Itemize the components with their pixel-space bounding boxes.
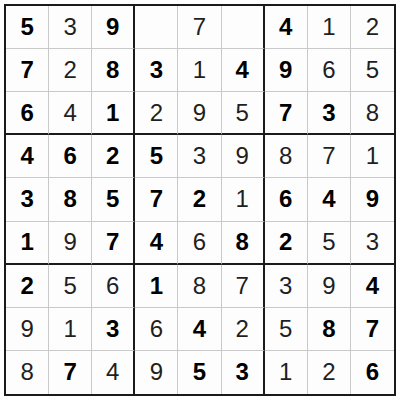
cell-r5c1[interactable]: 3 <box>6 178 49 221</box>
cell-r3c4[interactable]: 2 <box>135 92 178 135</box>
cell-r8c9[interactable]: 7 <box>351 308 394 351</box>
cell-r3c6[interactable]: 5 <box>222 92 265 135</box>
cell-r4c8[interactable]: 7 <box>308 135 351 178</box>
cell-r1c1[interactable]: 5 <box>6 6 49 49</box>
cell-r7c6[interactable]: 7 <box>222 265 265 308</box>
cell-r8c8[interactable]: 8 <box>308 308 351 351</box>
cell-r4c6[interactable]: 9 <box>222 135 265 178</box>
cell-r6c6[interactable]: 8 <box>222 222 265 265</box>
cell-r1c5[interactable]: 7 <box>178 6 221 49</box>
cell-r3c5[interactable]: 9 <box>178 92 221 135</box>
cell-r9c6[interactable]: 3 <box>222 351 265 394</box>
cell-r4c5[interactable]: 3 <box>178 135 221 178</box>
cell-r7c9[interactable]: 4 <box>351 265 394 308</box>
cell-r7c2[interactable]: 5 <box>49 265 92 308</box>
cell-r4c4[interactable]: 5 <box>135 135 178 178</box>
cell-r1c4[interactable] <box>135 6 178 49</box>
cell-r1c3[interactable]: 9 <box>92 6 135 49</box>
cell-r1c9[interactable]: 2 <box>351 6 394 49</box>
cell-r2c6[interactable]: 4 <box>222 49 265 92</box>
cell-r6c3[interactable]: 7 <box>92 222 135 265</box>
cell-r2c4[interactable]: 3 <box>135 49 178 92</box>
cell-r5c4[interactable]: 7 <box>135 178 178 221</box>
cell-r4c2[interactable]: 6 <box>49 135 92 178</box>
cell-r6c5[interactable]: 6 <box>178 222 221 265</box>
cell-r8c7[interactable]: 5 <box>265 308 308 351</box>
cell-r2c3[interactable]: 8 <box>92 49 135 92</box>
cell-r3c3[interactable]: 1 <box>92 92 135 135</box>
cell-r2c2[interactable]: 2 <box>49 49 92 92</box>
cell-r5c5[interactable]: 2 <box>178 178 221 221</box>
cell-r5c2[interactable]: 8 <box>49 178 92 221</box>
cell-r4c9[interactable]: 1 <box>351 135 394 178</box>
cell-r4c1[interactable]: 4 <box>6 135 49 178</box>
cell-r9c4[interactable]: 9 <box>135 351 178 394</box>
cell-r7c7[interactable]: 3 <box>265 265 308 308</box>
cell-r6c4[interactable]: 4 <box>135 222 178 265</box>
sudoku-grid: 5397412728314965641295738462539871385721… <box>4 4 396 396</box>
cell-r3c8[interactable]: 3 <box>308 92 351 135</box>
cell-r8c1[interactable]: 9 <box>6 308 49 351</box>
cell-r1c7[interactable]: 4 <box>265 6 308 49</box>
cell-r7c1[interactable]: 2 <box>6 265 49 308</box>
cell-r3c7[interactable]: 7 <box>265 92 308 135</box>
cell-r9c5[interactable]: 5 <box>178 351 221 394</box>
cell-r9c3[interactable]: 4 <box>92 351 135 394</box>
cell-r1c6[interactable] <box>222 6 265 49</box>
cell-r5c3[interactable]: 5 <box>92 178 135 221</box>
cell-r8c4[interactable]: 6 <box>135 308 178 351</box>
cell-r9c8[interactable]: 2 <box>308 351 351 394</box>
cell-r1c8[interactable]: 1 <box>308 6 351 49</box>
cell-r2c8[interactable]: 6 <box>308 49 351 92</box>
sudoku-board: 5397412728314965641295738462539871385721… <box>0 0 400 400</box>
cell-r5c9[interactable]: 9 <box>351 178 394 221</box>
cell-r7c5[interactable]: 8 <box>178 265 221 308</box>
cell-r3c1[interactable]: 6 <box>6 92 49 135</box>
cell-r8c5[interactable]: 4 <box>178 308 221 351</box>
cell-r4c3[interactable]: 2 <box>92 135 135 178</box>
cell-r8c3[interactable]: 3 <box>92 308 135 351</box>
cell-r5c6[interactable]: 1 <box>222 178 265 221</box>
cell-r6c1[interactable]: 1 <box>6 222 49 265</box>
cell-r6c9[interactable]: 3 <box>351 222 394 265</box>
cell-r7c3[interactable]: 6 <box>92 265 135 308</box>
cell-r9c9[interactable]: 6 <box>351 351 394 394</box>
cell-r3c9[interactable]: 8 <box>351 92 394 135</box>
cell-r3c2[interactable]: 4 <box>49 92 92 135</box>
cell-r5c8[interactable]: 4 <box>308 178 351 221</box>
cell-r8c6[interactable]: 2 <box>222 308 265 351</box>
cell-r4c7[interactable]: 8 <box>265 135 308 178</box>
cell-r6c2[interactable]: 9 <box>49 222 92 265</box>
cell-r2c9[interactable]: 5 <box>351 49 394 92</box>
cell-r2c1[interactable]: 7 <box>6 49 49 92</box>
cell-r9c1[interactable]: 8 <box>6 351 49 394</box>
cell-r1c2[interactable]: 3 <box>49 6 92 49</box>
cell-r2c5[interactable]: 1 <box>178 49 221 92</box>
cell-r9c7[interactable]: 1 <box>265 351 308 394</box>
cell-r9c2[interactable]: 7 <box>49 351 92 394</box>
cell-r6c8[interactable]: 5 <box>308 222 351 265</box>
cell-r6c7[interactable]: 2 <box>265 222 308 265</box>
cell-r8c2[interactable]: 1 <box>49 308 92 351</box>
cell-r5c7[interactable]: 6 <box>265 178 308 221</box>
cell-r7c8[interactable]: 9 <box>308 265 351 308</box>
cell-r2c7[interactable]: 9 <box>265 49 308 92</box>
cell-r7c4[interactable]: 1 <box>135 265 178 308</box>
